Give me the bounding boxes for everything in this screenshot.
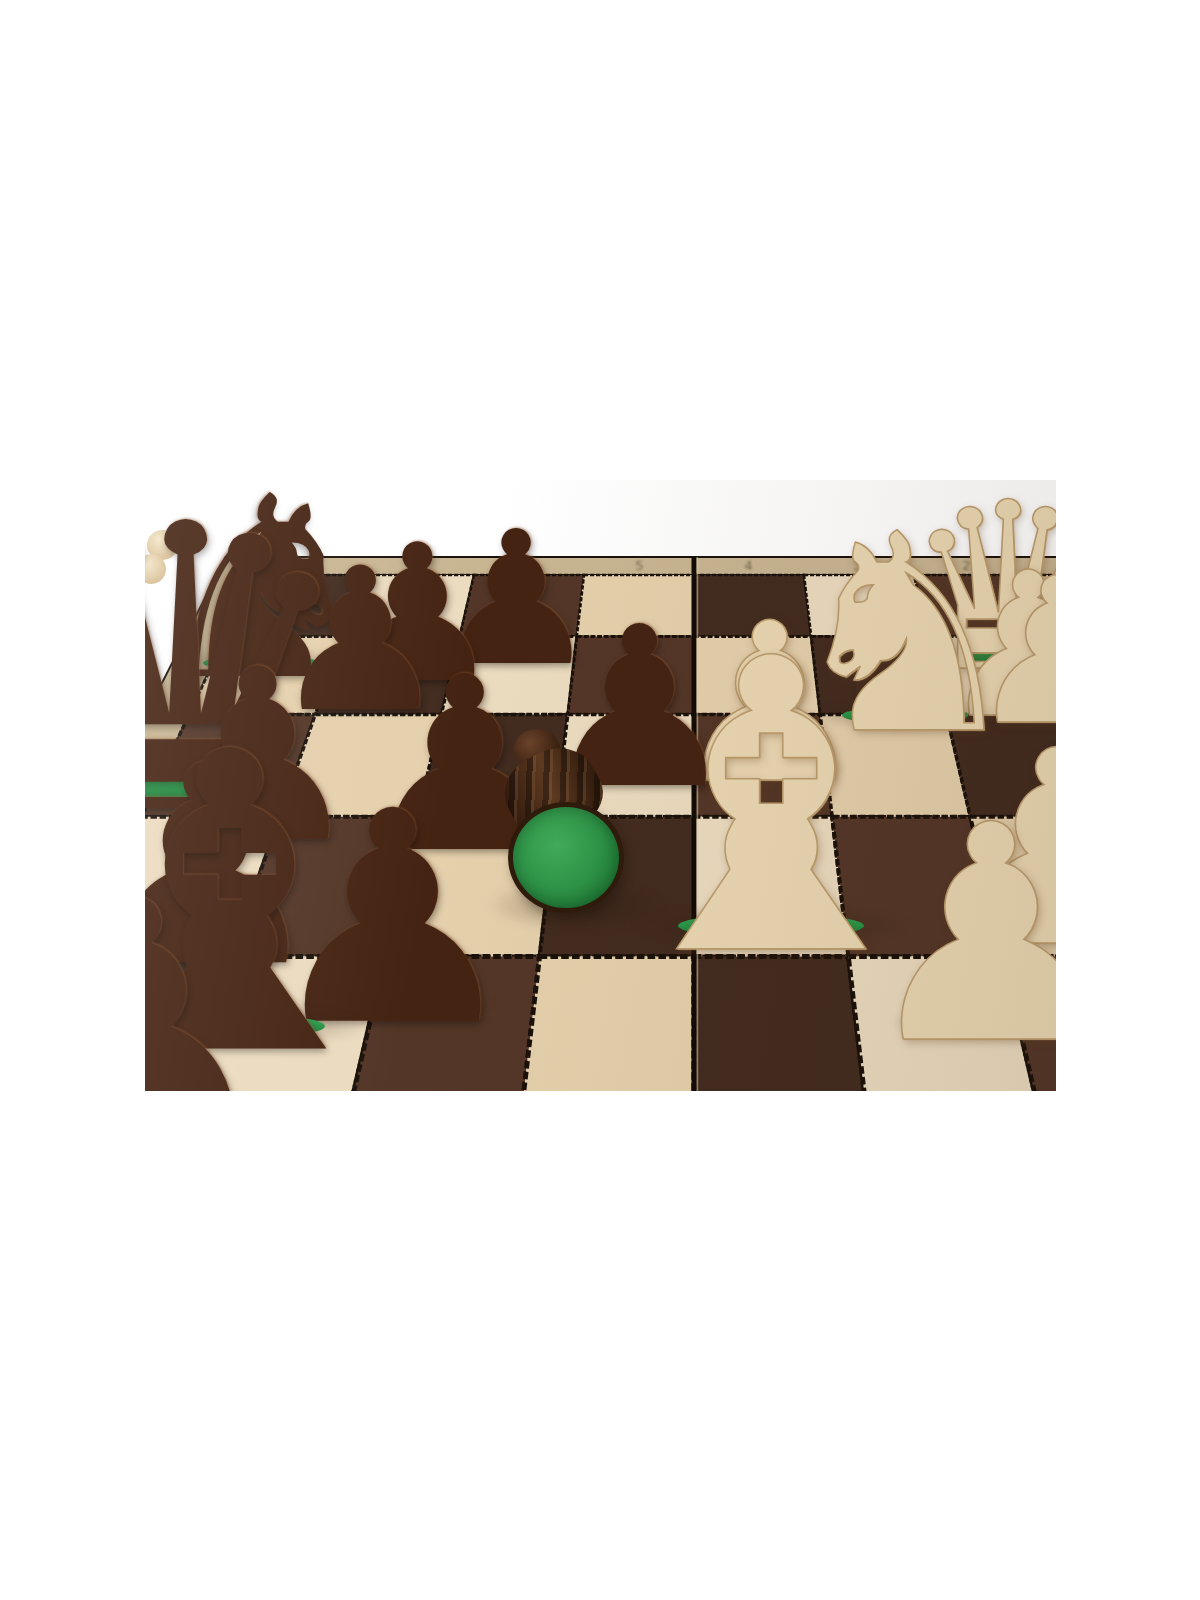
pawn-glyph: ♟ — [145, 858, 282, 1091]
chess-set-photo: 87654321hgfe ♟♛♞♟♟♟♟♞♟♟♛♟♟♝♟♟♟♟♝♟ — [145, 480, 1056, 1091]
page-background: 87654321hgfe ♟♛♞♟♟♟♟♞♟♟♛♟♟♝♟♟♟♟♝♟ — [0, 0, 1200, 1600]
pawn-glyph: ♟ — [857, 786, 1056, 1085]
piece-white-pawn-d3[interactable]: ♟ — [857, 786, 1056, 1085]
piece-black-pawn-c7[interactable]: ♟ — [145, 858, 282, 1091]
pieces-layer: ♟♛♞♟♟♟♟♞♟♟♛♟♟♝♟♟♟♟♝♟ — [145, 480, 1056, 1091]
